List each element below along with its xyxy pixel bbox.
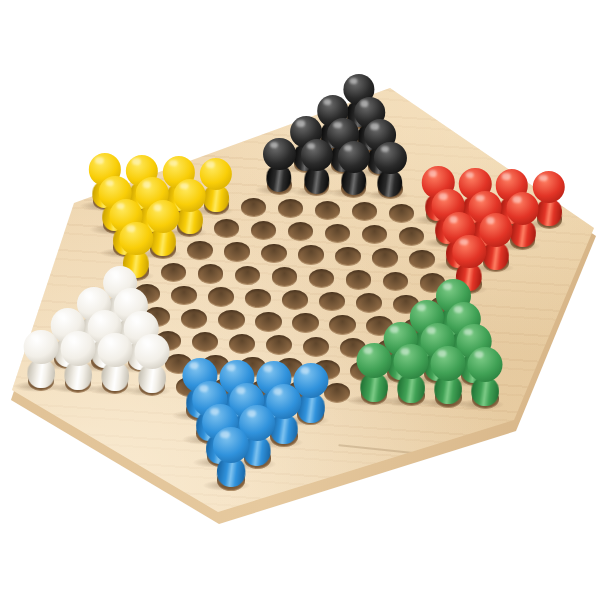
peg-black[interactable]	[336, 141, 372, 197]
peg-black[interactable]	[373, 142, 409, 198]
peg-blue[interactable]	[211, 427, 251, 489]
peg-white[interactable]	[96, 333, 135, 393]
peg-head	[135, 334, 170, 369]
peg-head	[374, 142, 406, 174]
peg-body	[138, 365, 167, 393]
peg-white[interactable]	[133, 334, 172, 394]
peg-head	[98, 333, 133, 368]
peg-white[interactable]	[59, 331, 98, 391]
peg-head	[300, 139, 332, 171]
peg-head	[213, 427, 249, 463]
peg-head	[431, 346, 466, 381]
product-photo	[0, 0, 600, 600]
chinese-checkers-board	[0, 0, 600, 600]
peg-head	[337, 141, 369, 173]
peg-body	[360, 374, 389, 402]
peg-white[interactable]	[22, 330, 61, 390]
peg-head	[453, 235, 486, 269]
peg-head	[263, 138, 295, 170]
peg-green[interactable]	[392, 344, 431, 404]
peg-head	[24, 330, 59, 365]
peg-body	[64, 362, 93, 390]
peg-body	[27, 361, 56, 389]
peg-body	[101, 364, 130, 392]
peg-green[interactable]	[429, 346, 468, 406]
peg-body	[303, 168, 329, 194]
peg-head	[120, 222, 153, 255]
peg-head	[61, 331, 96, 366]
peg-head	[394, 344, 429, 379]
peg-head	[468, 347, 503, 382]
peg-green[interactable]	[355, 343, 394, 403]
pegs-layer	[0, 0, 600, 600]
peg-green[interactable]	[466, 347, 505, 407]
peg-body	[340, 169, 366, 195]
peg-head	[357, 343, 392, 378]
peg-black[interactable]	[262, 138, 298, 193]
peg-black[interactable]	[299, 139, 335, 195]
